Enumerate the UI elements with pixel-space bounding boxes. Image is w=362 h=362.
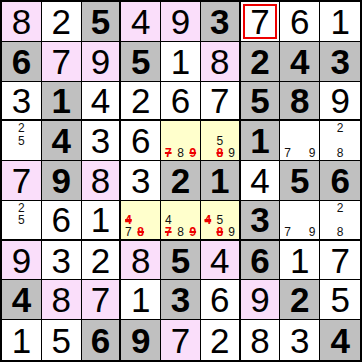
given-digit: 6 (250, 243, 269, 278)
candidate-empty (306, 202, 318, 214)
solved-digit: 4 (131, 4, 150, 39)
solved-digit: 7 (250, 4, 269, 39)
given-digit: 1 (51, 83, 70, 118)
candidate: 5 (15, 214, 27, 226)
cell-r1c1[interactable]: 8 (2, 2, 42, 42)
solved-digit: 1 (330, 4, 349, 39)
cell-r5c3[interactable]: 8 (82, 161, 122, 201)
cell-r2c6[interactable]: 8 (201, 42, 241, 82)
candidate: 9 (306, 147, 318, 159)
solved-digit: 8 (210, 44, 229, 79)
solved-digit: 6 (51, 202, 70, 237)
cell-r1c2[interactable]: 2 (42, 2, 82, 42)
solved-digit: 1 (290, 243, 309, 278)
candidate-empty (321, 135, 334, 147)
solved-digit: 3 (12, 83, 31, 118)
solved-digit: 7 (171, 323, 190, 358)
given-digit: 5 (250, 83, 269, 118)
cell-r1c9[interactable]: 1 (320, 2, 360, 42)
candidate-empty (346, 122, 359, 134)
candidate-empty (202, 202, 214, 214)
cell-r7c1[interactable]: 9 (2, 241, 42, 281)
given-digit: 1 (250, 123, 269, 158)
given-digit: 4 (330, 323, 349, 358)
cell-r4c6[interactable]: 589 (201, 121, 241, 161)
candidate-empty (162, 122, 174, 134)
cell-r4c4[interactable]: 6 (121, 121, 161, 161)
solved-digit: 7 (51, 44, 70, 79)
cell-r4c3[interactable]: 3 (82, 121, 122, 161)
given-digit: 9 (51, 163, 70, 198)
cell-r2c2[interactable]: 7 (42, 42, 82, 82)
cell-r7c5[interactable]: 5 (161, 241, 201, 281)
solved-digit: 6 (290, 4, 309, 39)
cell-r3c2[interactable]: 1 (42, 82, 82, 122)
cell-r5c2[interactable]: 9 (42, 161, 82, 201)
candidate-empty (306, 122, 318, 134)
solved-digit: 3 (91, 123, 110, 158)
cell-r4c1[interactable]: 25 (2, 121, 42, 161)
solved-digit: 7 (91, 282, 110, 317)
candidate-empty (321, 122, 334, 134)
solved-digit: 5 (51, 323, 70, 358)
cell-r2c9[interactable]: 3 (320, 42, 360, 82)
candidate-empty (174, 122, 186, 134)
candidate: 8 (334, 147, 347, 159)
candidate-empty (294, 135, 306, 147)
given-digit: 2 (171, 163, 190, 198)
solved-digit: 9 (250, 282, 269, 317)
cell-r4c9[interactable]: 28 (320, 121, 360, 161)
candidate-eliminated: 4 (122, 214, 134, 226)
cell-r4c2[interactable]: 4 (42, 121, 82, 161)
candidate-empty (294, 226, 306, 238)
candidate-empty (346, 226, 359, 238)
candidate-empty (187, 214, 199, 226)
given-digit: 4 (51, 123, 70, 158)
candidate-grid: 79 (281, 122, 318, 159)
candidate-eliminated: 8 (214, 226, 226, 238)
cell-r6c4[interactable]: 478 (121, 201, 161, 241)
cell-r2c1[interactable]: 6 (2, 42, 42, 82)
cell-r7c7[interactable]: 6 (241, 241, 281, 281)
solved-digit: 1 (131, 282, 150, 317)
cell-r8c9[interactable]: 5 (320, 280, 360, 320)
candidate-empty (174, 202, 186, 214)
candidate-empty (3, 226, 15, 238)
candidate-eliminated: 7 (162, 226, 174, 238)
solved-digit: 7 (12, 163, 31, 198)
cell-r8c5[interactable]: 3 (161, 280, 201, 320)
cell-r9c3[interactable]: 6 (82, 320, 122, 360)
candidate: 9 (226, 147, 238, 159)
solved-digit: 4 (91, 83, 110, 118)
candidate-grid: 25 (3, 122, 40, 159)
candidate: 5 (214, 214, 226, 226)
given-digit: 8 (290, 83, 309, 118)
candidate-empty (3, 214, 15, 226)
candidate-empty (294, 202, 306, 214)
cell-r3c1[interactable]: 3 (2, 82, 42, 122)
solved-digit: 8 (91, 163, 110, 198)
cell-r5c5[interactable]: 2 (161, 161, 201, 201)
solved-digit: 2 (51, 4, 70, 39)
candidate-empty (3, 135, 15, 147)
cell-r2c5[interactable]: 1 (161, 42, 201, 82)
candidate-grid: 28 (321, 122, 359, 159)
given-digit: 3 (330, 44, 349, 79)
solved-digit: 7 (210, 83, 229, 118)
cell-r9c6[interactable]: 2 (201, 320, 241, 360)
cell-r5c6[interactable]: 1 (201, 161, 241, 201)
solved-digit: 6 (210, 282, 229, 317)
candidate-empty (28, 214, 40, 226)
solved-digit: 5 (330, 282, 349, 317)
cell-r8c1[interactable]: 4 (2, 280, 42, 320)
candidate-grid: 25 (3, 202, 40, 238)
candidate: 5 (214, 135, 226, 147)
cell-r4c8[interactable]: 79 (280, 121, 320, 161)
candidate-empty (202, 147, 214, 159)
candidate-empty (226, 122, 238, 134)
candidate-empty (147, 226, 159, 238)
cell-r6c9[interactable]: 28 (320, 201, 360, 241)
cell-r7c3[interactable]: 2 (82, 241, 122, 281)
cell-r9c4[interactable]: 9 (121, 320, 161, 360)
solved-digit: 2 (210, 323, 229, 358)
cell-r9c7[interactable]: 8 (241, 320, 281, 360)
candidate: 8 (334, 226, 347, 238)
candidate-eliminated: 9 (187, 147, 199, 159)
given-digit: 4 (290, 44, 309, 79)
solved-digit: 2 (131, 83, 150, 118)
candidate-empty (28, 147, 40, 159)
candidate: 4 (162, 214, 174, 226)
cell-r6c2[interactable]: 6 (42, 201, 82, 241)
candidate: 5 (15, 135, 27, 147)
solved-digit: 7 (330, 243, 349, 278)
candidate-empty (187, 122, 199, 134)
cell-r9c8[interactable]: 3 (280, 320, 320, 360)
candidate-grid: 4589 (202, 202, 238, 238)
cell-r2c8[interactable]: 4 (280, 42, 320, 82)
cell-r7c2[interactable]: 3 (42, 241, 82, 281)
candidate: 7 (281, 226, 293, 238)
candidate-empty (226, 214, 238, 226)
candidate-empty (281, 135, 293, 147)
candidate-empty (28, 122, 40, 134)
candidate-empty (294, 147, 306, 159)
candidate-empty (28, 202, 40, 214)
solved-digit: 8 (131, 243, 150, 278)
candidate-empty (202, 122, 214, 134)
candidate-empty (187, 135, 199, 147)
solved-digit: 9 (91, 44, 110, 79)
cell-r1c8[interactable]: 6 (280, 2, 320, 42)
candidate-empty (281, 202, 293, 214)
given-digit: 2 (290, 282, 309, 317)
cell-r3c9[interactable]: 9 (320, 82, 360, 122)
solved-digit: 6 (171, 83, 190, 118)
candidate-empty (346, 147, 359, 159)
given-digit: 6 (330, 163, 349, 198)
cell-r9c5[interactable]: 7 (161, 320, 201, 360)
candidate-empty (214, 202, 226, 214)
candidate: 2 (334, 122, 347, 134)
sudoku-board: 8254937616795182433142675892543678958917… (0, 0, 362, 362)
candidate-empty (174, 214, 186, 226)
cell-r8c4[interactable]: 1 (121, 280, 161, 320)
candidate-empty (306, 214, 318, 226)
candidate: 2 (334, 202, 347, 214)
candidate-empty (294, 122, 306, 134)
given-digit: 3 (171, 282, 190, 317)
cell-r5c8[interactable]: 5 (280, 161, 320, 201)
candidate-empty (3, 202, 15, 214)
solved-digit: 1 (12, 323, 31, 358)
cell-r6c6[interactable]: 4589 (201, 201, 241, 241)
cell-r4c7[interactable]: 1 (241, 121, 281, 161)
given-digit: 6 (12, 44, 31, 79)
candidate-empty (162, 202, 174, 214)
candidate-grid: 79 (281, 202, 318, 238)
cell-r7c4[interactable]: 8 (121, 241, 161, 281)
candidate-empty (162, 135, 174, 147)
candidate-empty (226, 135, 238, 147)
candidate-eliminated: 8 (214, 147, 226, 159)
candidate: 2 (15, 122, 27, 134)
candidate: 7 (122, 226, 134, 238)
cell-r6c1[interactable]: 25 (2, 201, 42, 241)
given-digit: 1 (210, 163, 229, 198)
given-digit: 4 (12, 282, 31, 317)
candidate-grid: 28 (321, 202, 359, 238)
solved-digit: 3 (131, 163, 150, 198)
candidate-empty (321, 226, 334, 238)
cell-r7c8[interactable]: 1 (280, 241, 320, 281)
candidate-empty (15, 226, 27, 238)
candidate-empty (28, 226, 40, 238)
cell-r5c1[interactable]: 7 (2, 161, 42, 201)
candidate-empty (346, 202, 359, 214)
cell-r1c4[interactable]: 4 (121, 2, 161, 42)
solved-digit: 3 (51, 243, 70, 278)
solved-digit: 6 (131, 123, 150, 158)
candidate-eliminated: 9 (187, 226, 199, 238)
cell-r3c7[interactable]: 5 (241, 82, 281, 122)
solved-digit: 2 (91, 243, 110, 278)
candidate-empty (281, 122, 293, 134)
solved-digit: 8 (12, 4, 31, 39)
solved-digit: 4 (250, 163, 269, 198)
candidate-empty (3, 147, 15, 159)
candidate-empty (187, 202, 199, 214)
candidate-empty (334, 214, 347, 226)
solved-digit: 9 (171, 4, 190, 39)
candidate-empty (3, 122, 15, 134)
cell-r6c8[interactable]: 79 (280, 201, 320, 241)
candidate-empty (321, 214, 334, 226)
candidate-empty (28, 135, 40, 147)
given-digit: 5 (91, 4, 110, 39)
candidate: 9 (306, 226, 318, 238)
candidate-eliminated: 8 (135, 226, 147, 238)
candidate: 8 (174, 147, 186, 159)
solved-digit: 1 (171, 44, 190, 79)
cell-r4c5[interactable]: 789 (161, 121, 201, 161)
cell-r9c1[interactable]: 1 (2, 320, 42, 360)
candidate-grid: 478 (122, 202, 159, 238)
given-digit: 3 (210, 4, 229, 39)
cell-r1c3[interactable]: 5 (82, 2, 122, 42)
cell-r1c6[interactable]: 3 (201, 2, 241, 42)
candidate-empty (294, 214, 306, 226)
cell-r6c5[interactable]: 4789 (161, 201, 201, 241)
cell-r8c6[interactable]: 6 (201, 280, 241, 320)
cell-r7c9[interactable]: 7 (320, 241, 360, 281)
solved-digit: 9 (330, 83, 349, 118)
candidate-empty (321, 147, 334, 159)
given-digit: 5 (131, 44, 150, 79)
given-digit: 5 (171, 243, 190, 278)
cell-r9c9[interactable]: 4 (320, 320, 360, 360)
solved-digit: 3 (290, 323, 309, 358)
candidate: 7 (281, 147, 293, 159)
cell-r3c3[interactable]: 4 (82, 82, 122, 122)
given-digit: 6 (91, 323, 110, 358)
candidate-eliminated: 4 (202, 214, 214, 226)
candidate-grid: 589 (202, 122, 238, 159)
cell-r6c3[interactable]: 1 (82, 201, 122, 241)
candidate-empty (15, 147, 27, 159)
cell-r1c7[interactable]: 7 (241, 2, 281, 42)
cell-r8c7[interactable]: 9 (241, 280, 281, 320)
candidate-empty (202, 135, 214, 147)
cell-r8c2[interactable]: 8 (42, 280, 82, 320)
candidate-grid: 4789 (162, 202, 199, 238)
solved-digit: 4 (210, 243, 229, 278)
cell-r3c4[interactable]: 2 (121, 82, 161, 122)
candidate-empty (135, 214, 147, 226)
solved-digit: 9 (12, 243, 31, 278)
candidate-empty (214, 122, 226, 134)
candidate-empty (122, 202, 134, 214)
cell-r2c7[interactable]: 2 (241, 42, 281, 82)
cell-r8c3[interactable]: 7 (82, 280, 122, 320)
candidate-empty (321, 202, 334, 214)
candidate-empty (306, 135, 318, 147)
cell-r3c5[interactable]: 6 (161, 82, 201, 122)
solved-digit: 8 (250, 323, 269, 358)
cell-r5c9[interactable]: 6 (320, 161, 360, 201)
cell-r7c6[interactable]: 4 (201, 241, 241, 281)
given-digit: 3 (250, 202, 269, 237)
candidate-empty (346, 135, 359, 147)
candidate-empty (346, 214, 359, 226)
candidate-empty (334, 135, 347, 147)
candidate: 9 (226, 226, 238, 238)
candidate-empty (202, 226, 214, 238)
cell-r9c2[interactable]: 5 (42, 320, 82, 360)
solved-digit: 8 (51, 282, 70, 317)
cell-r2c4[interactable]: 5 (121, 42, 161, 82)
candidate-eliminated: 7 (162, 147, 174, 159)
cell-r6c7[interactable]: 3 (241, 201, 281, 241)
cell-r2c3[interactable]: 9 (82, 42, 122, 82)
candidate-empty (147, 202, 159, 214)
cell-r3c6[interactable]: 7 (201, 82, 241, 122)
given-digit: 5 (290, 163, 309, 198)
candidate-empty (135, 202, 147, 214)
solved-digit: 1 (91, 202, 110, 237)
given-digit: 2 (250, 44, 269, 79)
candidate-empty (147, 214, 159, 226)
cell-r1c5[interactable]: 9 (161, 2, 201, 42)
given-digit: 9 (131, 323, 150, 358)
cell-r5c4[interactable]: 3 (121, 161, 161, 201)
candidate-empty (281, 214, 293, 226)
candidate: 8 (174, 226, 186, 238)
candidate-grid: 789 (162, 122, 199, 159)
cell-r3c8[interactable]: 8 (280, 82, 320, 122)
candidate-empty (226, 202, 238, 214)
cell-r8c8[interactable]: 2 (280, 280, 320, 320)
cell-r5c7[interactable]: 4 (241, 161, 281, 201)
candidate-empty (174, 135, 186, 147)
